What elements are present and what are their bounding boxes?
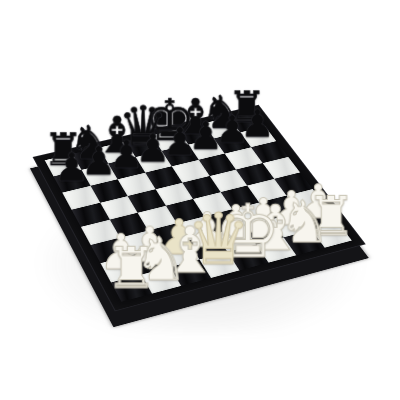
chess-board: ♜♞♝♛♚♝♞♜♟♟♟♟♟♟♟♟♟♟♟♟♟♟♟♟♜♞♝♛♚♝♞♜ bbox=[33, 105, 366, 312]
piece-white-bishop-f1: ♝ bbox=[239, 197, 312, 260]
piece-white-king-e1: ♚ bbox=[211, 195, 284, 268]
piece-white-bishop-c1: ♝ bbox=[153, 218, 227, 282]
piece-white-pawn-d2: ♟ bbox=[171, 206, 244, 254]
piece-white-rook-a1: ♜ bbox=[93, 239, 168, 296]
piece-white-knight-b1: ♞ bbox=[123, 229, 198, 289]
scene: ♜♞♝♛♚♝♞♜♟♟♟♟♟♟♟♟♟♟♟♟♟♟♟♟♜♞♝♛♚♝♞♜ bbox=[0, 0, 400, 400]
piece-white-pawn-a2: ♟ bbox=[83, 227, 157, 276]
piece-white-pawn-e2: ♟ bbox=[199, 199, 271, 247]
piece-white-queen-d1: ♛ bbox=[182, 205, 256, 276]
piece-white-pawn-c2: ♟ bbox=[142, 213, 215, 261]
piece-white-knight-g1: ♞ bbox=[267, 193, 340, 251]
chess-set-product-photo: ♜♞♝♛♚♝♞♜♟♟♟♟♟♟♟♟♟♟♟♟♟♟♟♟♜♞♝♛♚♝♞♜ bbox=[0, 0, 400, 400]
piece-white-pawn-b2: ♟ bbox=[113, 220, 187, 268]
